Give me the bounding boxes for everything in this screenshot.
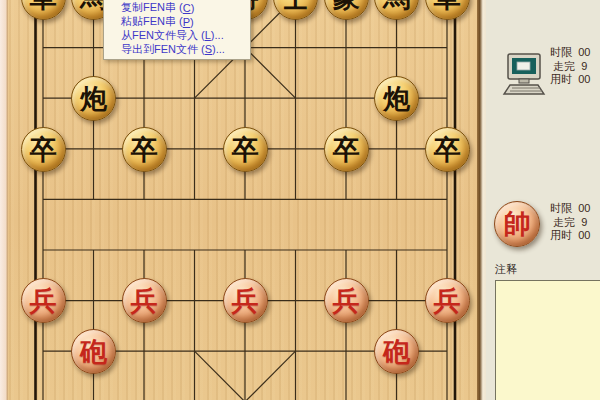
piece-black-cannon[interactable]: 炮 (71, 76, 116, 121)
side-panel: 时限 00 走完 9 用时 00 帥 时限 00 走完 9 用时 00 注释 (486, 0, 600, 400)
piece-black-pawn[interactable]: 卒 (425, 127, 470, 172)
piece-red-pawn[interactable]: 兵 (223, 278, 268, 323)
board-left-edge (0, 0, 8, 400)
piece-black-pawn[interactable]: 卒 (122, 127, 167, 172)
piece-red-pawn[interactable]: 兵 (122, 278, 167, 323)
engine-time-used: 用时 00 (550, 73, 590, 87)
piece-black-horse[interactable]: 馬 (374, 0, 419, 20)
computer-icon (502, 52, 546, 102)
piece-black-chariot[interactable]: 車 (425, 0, 470, 20)
menu-item-export-fen-file[interactable]: 导出到FEN文件 (S)... (104, 42, 250, 56)
player-time-limit: 时限 00 (550, 202, 590, 216)
player-moves-done: 走完 9 (550, 216, 590, 230)
menu-item-paste-fen[interactable]: 粘贴FEN串 (P) (104, 15, 250, 29)
piece-black-elephant[interactable]: 象 (324, 0, 369, 20)
piece-red-pawn[interactable]: 兵 (21, 278, 66, 323)
piece-red-pawn[interactable]: 兵 (324, 278, 369, 323)
board-right-edge (477, 0, 486, 400)
engine-moves-done: 走完 9 (550, 60, 590, 74)
comment-textarea[interactable] (495, 280, 600, 400)
context-menu: 复制FEN串 (C)粘贴FEN串 (P)从FEN文件导入 (L)...导出到FE… (103, 0, 251, 60)
piece-black-chariot[interactable]: 車 (21, 0, 66, 20)
red-general-icon: 帥 (494, 201, 540, 247)
engine-time-limit: 时限 00 (550, 46, 590, 60)
menu-item-copy-fen[interactable]: 复制FEN串 (C) (104, 1, 250, 15)
player-time-used: 用时 00 (550, 229, 590, 243)
piece-black-pawn[interactable]: 卒 (21, 127, 66, 172)
menu-item-import-fen-file[interactable]: 从FEN文件导入 (L)... (104, 29, 250, 43)
engine-stats: 时限 00 走完 9 用时 00 (550, 46, 590, 87)
piece-red-cannon[interactable]: 砲 (374, 329, 419, 374)
piece-black-pawn[interactable]: 卒 (223, 127, 268, 172)
piece-black-cannon[interactable]: 炮 (374, 76, 419, 121)
piece-black-advisor[interactable]: 士 (273, 0, 318, 20)
player-stats: 时限 00 走完 9 用时 00 (550, 202, 590, 243)
xiangqi-app-window: { "game": { "name": "xiangqi", "descript… (0, 0, 600, 400)
piece-red-cannon[interactable]: 砲 (71, 329, 116, 374)
piece-black-pawn[interactable]: 卒 (324, 127, 369, 172)
piece-red-pawn[interactable]: 兵 (425, 278, 470, 323)
comment-label: 注释 (495, 262, 517, 277)
